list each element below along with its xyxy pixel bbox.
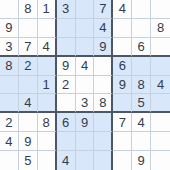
sudoku-board: 81374948374968294612984438528697449549 [0, 0, 170, 170]
cell-r4c3[interactable] [38, 57, 57, 76]
cell-r9c3[interactable] [38, 151, 57, 170]
cell-r3c8[interactable]: 6 [132, 38, 151, 57]
cell-r2c3[interactable] [38, 19, 57, 38]
cell-r3c6[interactable]: 9 [94, 38, 113, 57]
cell-r5c1[interactable] [0, 76, 19, 95]
cell-r6c9[interactable] [151, 94, 170, 113]
cell-r3c3[interactable]: 4 [38, 38, 57, 57]
cell-r7c6[interactable] [94, 113, 113, 132]
cell-r9c5[interactable] [76, 151, 95, 170]
cell-r5c9[interactable]: 4 [151, 76, 170, 95]
cell-r5c7[interactable]: 9 [113, 76, 132, 95]
cell-r5c8[interactable]: 8 [132, 76, 151, 95]
cell-r1c8[interactable] [132, 0, 151, 19]
cell-r2c7[interactable] [113, 19, 132, 38]
cell-r8c8[interactable] [132, 132, 151, 151]
cell-r6c5[interactable]: 3 [76, 94, 95, 113]
cell-r6c4[interactable] [57, 94, 76, 113]
cell-r6c8[interactable]: 5 [132, 94, 151, 113]
cell-r5c3[interactable]: 1 [38, 76, 57, 95]
cell-r3c9[interactable] [151, 38, 170, 57]
cell-r2c9[interactable]: 8 [151, 19, 170, 38]
cell-r1c4[interactable]: 3 [57, 0, 76, 19]
cell-r1c1[interactable] [0, 0, 19, 19]
cell-r9c9[interactable] [151, 151, 170, 170]
cell-r2c5[interactable] [76, 19, 95, 38]
cell-r4c7[interactable]: 6 [113, 57, 132, 76]
cell-r2c2[interactable] [19, 19, 38, 38]
cell-r5c6[interactable] [94, 76, 113, 95]
cell-r5c5[interactable] [76, 76, 95, 95]
cell-r3c2[interactable]: 7 [19, 38, 38, 57]
cell-r6c1[interactable] [0, 94, 19, 113]
cell-r3c5[interactable] [76, 38, 95, 57]
cell-r3c4[interactable] [57, 38, 76, 57]
cell-r1c5[interactable] [76, 0, 95, 19]
cell-r9c2[interactable]: 5 [19, 151, 38, 170]
cell-r8c3[interactable] [38, 132, 57, 151]
cell-r8c4[interactable] [57, 132, 76, 151]
cell-r4c5[interactable]: 4 [76, 57, 95, 76]
cell-r9c1[interactable] [0, 151, 19, 170]
cell-r2c8[interactable] [132, 19, 151, 38]
cell-r3c1[interactable]: 3 [0, 38, 19, 57]
cell-r7c8[interactable]: 4 [132, 113, 151, 132]
cell-r6c6[interactable]: 8 [94, 94, 113, 113]
cell-r7c3[interactable]: 8 [38, 113, 57, 132]
cell-r7c7[interactable]: 7 [113, 113, 132, 132]
cell-r1c9[interactable] [151, 0, 170, 19]
cell-r1c2[interactable]: 8 [19, 0, 38, 19]
cell-r4c1[interactable]: 8 [0, 57, 19, 76]
cell-r7c1[interactable]: 2 [0, 113, 19, 132]
cell-r1c7[interactable]: 4 [113, 0, 132, 19]
cell-r3c7[interactable] [113, 38, 132, 57]
cell-r8c6[interactable] [94, 132, 113, 151]
cell-r9c7[interactable] [113, 151, 132, 170]
cell-r8c7[interactable] [113, 132, 132, 151]
cell-r7c5[interactable]: 9 [76, 113, 95, 132]
cell-r6c3[interactable] [38, 94, 57, 113]
cell-r7c4[interactable]: 6 [57, 113, 76, 132]
cell-r2c4[interactable] [57, 19, 76, 38]
cell-r9c6[interactable] [94, 151, 113, 170]
cell-r8c9[interactable] [151, 132, 170, 151]
cell-r8c1[interactable]: 4 [0, 132, 19, 151]
cell-r7c2[interactable] [19, 113, 38, 132]
cell-r9c8[interactable]: 9 [132, 151, 151, 170]
cell-r4c9[interactable] [151, 57, 170, 76]
cell-r1c3[interactable]: 1 [38, 0, 57, 19]
cell-r4c2[interactable]: 2 [19, 57, 38, 76]
cell-r1c6[interactable]: 7 [94, 0, 113, 19]
cell-r4c6[interactable] [94, 57, 113, 76]
cell-r8c5[interactable] [76, 132, 95, 151]
cell-r5c4[interactable]: 2 [57, 76, 76, 95]
cell-r7c9[interactable] [151, 113, 170, 132]
cell-r2c1[interactable]: 9 [0, 19, 19, 38]
cell-r6c2[interactable]: 4 [19, 94, 38, 113]
cell-r9c4[interactable]: 4 [57, 151, 76, 170]
cell-r4c4[interactable]: 9 [57, 57, 76, 76]
cell-r5c2[interactable] [19, 76, 38, 95]
cell-r6c7[interactable] [113, 94, 132, 113]
cell-r8c2[interactable]: 9 [19, 132, 38, 151]
cell-r2c6[interactable]: 4 [94, 19, 113, 38]
cell-r4c8[interactable] [132, 57, 151, 76]
